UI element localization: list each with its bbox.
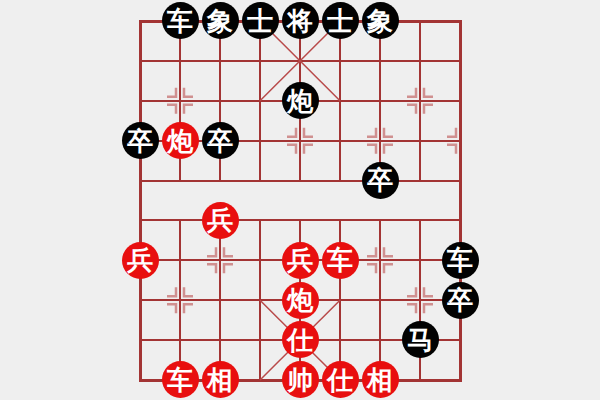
piece-red-pawn[interactable]: 兵 bbox=[282, 242, 319, 279]
piece-black-elephant[interactable]: 象 bbox=[202, 2, 239, 39]
piece-black-chariot[interactable]: 车 bbox=[442, 242, 479, 279]
piece-black-cannon[interactable]: 炮 bbox=[282, 82, 319, 119]
piece-black-pawn[interactable]: 卒 bbox=[202, 122, 239, 159]
piece-black-advisor[interactable]: 士 bbox=[322, 2, 359, 39]
piece-red-cannon[interactable]: 炮 bbox=[282, 282, 319, 319]
piece-red-chariot[interactable]: 车 bbox=[322, 242, 359, 279]
piece-black-pawn[interactable]: 卒 bbox=[442, 282, 479, 319]
piece-red-advisor[interactable]: 仕 bbox=[322, 361, 359, 398]
xiangqi-diagram: 车象士将士象炮卒炮卒卒兵兵兵车车炮卒仕马车相帅仕相 bbox=[0, 0, 600, 400]
piece-red-elephant[interactable]: 相 bbox=[202, 361, 239, 398]
piece-black-pawn[interactable]: 卒 bbox=[122, 122, 159, 159]
piece-red-advisor[interactable]: 仕 bbox=[282, 321, 319, 358]
piece-red-general[interactable]: 帅 bbox=[282, 361, 319, 398]
piece-red-pawn[interactable]: 兵 bbox=[202, 202, 239, 239]
piece-black-advisor[interactable]: 士 bbox=[242, 2, 279, 39]
piece-black-general[interactable]: 将 bbox=[282, 2, 319, 39]
piece-red-chariot[interactable]: 车 bbox=[162, 361, 199, 398]
piece-black-chariot[interactable]: 车 bbox=[162, 2, 199, 39]
piece-red-cannon[interactable]: 炮 bbox=[162, 122, 199, 159]
piece-black-horse[interactable]: 马 bbox=[402, 321, 439, 358]
piece-red-pawn[interactable]: 兵 bbox=[122, 242, 159, 279]
pieces-layer[interactable]: 车象士将士象炮卒炮卒卒兵兵兵车车炮卒仕马车相帅仕相 bbox=[120, 1, 480, 400]
piece-black-elephant[interactable]: 象 bbox=[362, 2, 399, 39]
piece-red-elephant[interactable]: 相 bbox=[362, 361, 399, 398]
piece-black-pawn[interactable]: 卒 bbox=[362, 162, 399, 199]
